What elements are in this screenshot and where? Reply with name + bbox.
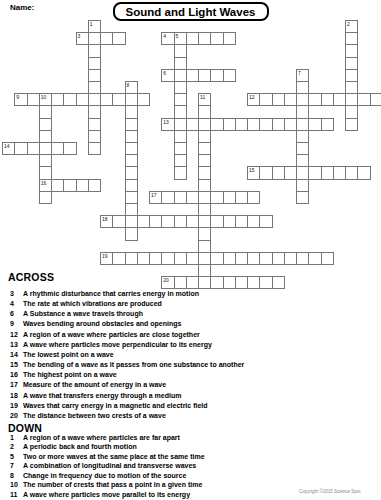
grid-cell[interactable]: [198, 118, 211, 131]
grid-cell[interactable]: [149, 252, 162, 265]
grid-cell[interactable]: [88, 118, 101, 131]
clue-item: 14The lowest point on a wave: [8, 351, 378, 361]
grid-cell[interactable]: [308, 118, 321, 131]
grid-cell[interactable]: [39, 118, 52, 131]
grid-cell[interactable]: [210, 276, 223, 289]
page-title: Sound and Light Waves: [126, 6, 256, 18]
clue-text: The distance between two crests of a wav…: [23, 412, 166, 419]
clue-number: 10: [8, 481, 23, 488]
clue-item: 4The rate at which vibrations are produc…: [8, 300, 378, 310]
grid-cell[interactable]: [223, 191, 236, 204]
grid-cell[interactable]: [112, 32, 125, 45]
grid-cell[interactable]: [296, 166, 309, 179]
grid-cell[interactable]: [88, 142, 101, 155]
clue-text: The number of crests that pass a point i…: [23, 481, 202, 488]
clue-number: 9: [8, 320, 23, 327]
grid-cell[interactable]: [345, 93, 358, 106]
grid-cell[interactable]: [345, 69, 358, 82]
clue-number: 4: [8, 300, 23, 307]
clue-text: Change in frequency due to motion of the…: [23, 472, 186, 479]
grid-cell[interactable]: [125, 179, 138, 192]
grid-cell[interactable]: [345, 105, 358, 118]
grid-cell[interactable]: [174, 276, 187, 289]
grid-cell[interactable]: [345, 166, 358, 179]
grid-cell[interactable]: [27, 93, 40, 106]
grid-cell[interactable]: [198, 227, 211, 240]
clue-text: A periodic back and fourth motion: [23, 443, 137, 450]
grid-cell[interactable]: [76, 93, 89, 106]
clue-number: 5: [8, 453, 23, 460]
clue-number: 11: [8, 491, 23, 498]
grid-cell[interactable]: [174, 69, 187, 82]
grid-cell[interactable]: [198, 69, 211, 82]
clue-number-label: 13: [163, 119, 169, 125]
grid-cell[interactable]: [284, 118, 297, 131]
clue-item: 2A periodic back and fourth motion: [8, 443, 378, 452]
grid-cell[interactable]: [247, 252, 260, 265]
grid-cell[interactable]: [174, 130, 187, 143]
grid-cell[interactable]: [88, 130, 101, 143]
clue-text: A region of a wave where particles are f…: [23, 434, 180, 441]
grid-cell[interactable]: [357, 166, 370, 179]
grid-cell[interactable]: [345, 32, 358, 45]
grid-cell[interactable]: [321, 252, 334, 265]
grid-cell[interactable]: [345, 44, 358, 57]
clue-number: 2: [8, 443, 23, 450]
grid-cell[interactable]: 7: [296, 69, 309, 82]
clue-item: 18A wave that transfers energy through a…: [8, 392, 378, 402]
grid-cell[interactable]: [284, 93, 297, 106]
grid-cell[interactable]: [88, 32, 101, 45]
grid-cell[interactable]: [39, 191, 52, 204]
clue-text: The highest point on a wave: [23, 371, 117, 378]
clue-number: 16: [8, 371, 23, 378]
grid-cell[interactable]: [174, 57, 187, 70]
grid-cell[interactable]: [223, 32, 236, 45]
grid-cell[interactable]: 6: [161, 69, 174, 82]
grid-cell[interactable]: [198, 252, 211, 265]
grid-cell[interactable]: 12: [247, 93, 260, 106]
grid-cell[interactable]: [210, 191, 223, 204]
grid-cell[interactable]: [186, 276, 199, 289]
grid-cell[interactable]: [174, 166, 187, 179]
clue-number-label: 12: [249, 94, 255, 100]
grid-cell[interactable]: [125, 166, 138, 179]
grid-cell[interactable]: [161, 191, 174, 204]
grid-cell[interactable]: 9: [14, 93, 27, 106]
grid-cell[interactable]: [88, 69, 101, 82]
clue-number: 1: [8, 434, 23, 441]
clue-item: 7A combination of longitudinal and trans…: [8, 462, 378, 471]
grid-cell[interactable]: [174, 44, 187, 57]
grid-cell[interactable]: [125, 118, 138, 131]
grid-cell[interactable]: [161, 215, 174, 228]
clue-text: A wave where particles move parallel to …: [23, 491, 190, 498]
grid-cell[interactable]: [210, 69, 223, 82]
grid-cell[interactable]: [112, 252, 125, 265]
clue-number-label: 6: [163, 70, 166, 76]
clue-number-label: 3: [78, 33, 81, 39]
clue-item: 5Two or more waves at the same place at …: [8, 453, 378, 462]
grid-cell[interactable]: [27, 142, 40, 155]
grid-cell[interactable]: [88, 179, 101, 192]
grid-cell[interactable]: 14: [2, 142, 15, 155]
grid-cell[interactable]: [223, 69, 236, 82]
clue-number-label: 11: [200, 94, 205, 100]
clue-item: 15The bending of a wave as it passes fro…: [8, 361, 378, 371]
grid-cell[interactable]: [284, 166, 297, 179]
clue-item: 20The distance between two crests of a w…: [8, 412, 378, 422]
clue-text: A combination of longitudinal and transv…: [23, 462, 196, 469]
grid-cell[interactable]: [39, 154, 52, 167]
grid-cell[interactable]: 16: [39, 179, 52, 192]
grid-cell[interactable]: [296, 93, 309, 106]
grid-cell[interactable]: [125, 93, 138, 106]
across-clue-list: 3A rhythmic disturbance that carries ene…: [8, 290, 378, 422]
grid-cell[interactable]: 3: [76, 32, 89, 45]
grid-cell[interactable]: [137, 215, 150, 228]
clue-number-label: 9: [16, 94, 19, 100]
clue-item: 13A wave where particles move perpendicu…: [8, 341, 378, 351]
grid-cell[interactable]: [259, 215, 272, 228]
grid-cell[interactable]: 5: [174, 32, 187, 45]
grid-cell[interactable]: 15: [247, 166, 260, 179]
grid-cell[interactable]: [149, 215, 162, 228]
grid-cell[interactable]: [308, 166, 321, 179]
grid-cell[interactable]: [63, 142, 76, 155]
grid-cell[interactable]: 18: [100, 215, 113, 228]
grid-cell[interactable]: [321, 166, 334, 179]
grid-cell[interactable]: [186, 32, 199, 45]
down-heading: DOWN: [8, 422, 42, 434]
grid-cell[interactable]: [174, 252, 187, 265]
grid-cell[interactable]: [198, 166, 211, 179]
grid-cell[interactable]: [51, 142, 64, 155]
grid-cell[interactable]: [247, 118, 260, 131]
grid-cell[interactable]: [198, 32, 211, 45]
grid-cell[interactable]: [186, 69, 199, 82]
grid-cell[interactable]: [296, 105, 309, 118]
grid-cell[interactable]: [296, 130, 309, 143]
grid-cell[interactable]: [235, 215, 248, 228]
grid-cell[interactable]: [88, 57, 101, 70]
grid-cell[interactable]: [296, 252, 309, 265]
grid-cell[interactable]: [198, 240, 211, 253]
clue-number-label: 19: [102, 253, 108, 259]
worksheet-page: Name: Sound and Light Waves 123456789101…: [0, 0, 381, 500]
grid-cell[interactable]: [210, 215, 223, 228]
grid-cell[interactable]: 10: [39, 93, 52, 106]
grid-cell[interactable]: 19: [100, 252, 113, 265]
clue-number-label: 5: [176, 33, 179, 39]
clue-number: 15: [8, 361, 23, 368]
grid-cell[interactable]: [51, 93, 64, 106]
grid-cell[interactable]: [198, 191, 211, 204]
grid-cell[interactable]: [272, 118, 285, 131]
grid-cell[interactable]: [333, 93, 346, 106]
clue-number: 6: [8, 310, 23, 317]
clue-text: Two or more waves at the same place at t…: [23, 453, 205, 460]
grid-cell[interactable]: [210, 118, 223, 131]
clue-number: 7: [8, 462, 23, 469]
grid-cell[interactable]: 4: [161, 32, 174, 45]
grid-cell[interactable]: [88, 105, 101, 118]
clue-item: 8Change in frequency due to motion of th…: [8, 472, 378, 481]
clue-number: 17: [8, 381, 23, 388]
grid-cell[interactable]: 13: [161, 118, 174, 131]
clue-number: 18: [8, 392, 23, 399]
grid-cell[interactable]: [186, 215, 199, 228]
grid-cell[interactable]: [100, 93, 113, 106]
clue-number: 8: [8, 472, 23, 479]
grid-cell[interactable]: [39, 130, 52, 143]
grid-cell[interactable]: [63, 93, 76, 106]
clue-number-label: 18: [102, 216, 108, 222]
grid-cell[interactable]: [296, 191, 309, 204]
grid-cell[interactable]: [88, 93, 101, 106]
clue-number-label: 16: [41, 180, 47, 186]
clue-number-label: 17: [151, 192, 157, 198]
clue-item: 6A Substance a wave travels through: [8, 310, 378, 320]
grid-cell[interactable]: [247, 191, 260, 204]
grid-cell[interactable]: [296, 154, 309, 167]
grid-cell[interactable]: [235, 252, 248, 265]
grid-cell[interactable]: [296, 118, 309, 131]
grid-cell[interactable]: [259, 166, 272, 179]
grid-cell[interactable]: [112, 93, 125, 106]
grid-cell[interactable]: [125, 252, 138, 265]
clue-item: 17Measure of the amount of energy in a w…: [8, 381, 378, 391]
clue-item: 3A rhythmic disturbance that carries ene…: [8, 290, 378, 300]
grid-cell[interactable]: [39, 166, 52, 179]
grid-cell[interactable]: [198, 179, 211, 192]
clue-number-label: 10: [41, 94, 47, 100]
clue-text: The bending of a wave as it passes from …: [23, 361, 244, 368]
grid-cell[interactable]: [223, 215, 236, 228]
clue-text: The lowest point on a wave: [23, 351, 114, 358]
clue-text: A rhythmic disturbance that carries ener…: [23, 290, 199, 297]
grid-cell[interactable]: [235, 191, 248, 204]
clue-number: 12: [8, 331, 23, 338]
grid-cell[interactable]: [198, 105, 211, 118]
clue-number-label: 4: [163, 33, 166, 39]
grid-cell[interactable]: [223, 252, 236, 265]
grid-cell[interactable]: [137, 252, 150, 265]
grid-cell[interactable]: 20: [161, 276, 174, 289]
grid-cell[interactable]: [308, 252, 321, 265]
copyright-text: Copyright ©2015 Science Spot: [299, 489, 361, 494]
grid-cell[interactable]: [259, 276, 272, 289]
grid-cell[interactable]: [100, 32, 113, 45]
grid-cell[interactable]: [174, 215, 187, 228]
clue-number: 14: [8, 351, 23, 358]
grid-cell[interactable]: [272, 276, 285, 289]
grid-cell[interactable]: [272, 93, 285, 106]
grid-cell[interactable]: [247, 276, 260, 289]
grid-cell[interactable]: [161, 252, 174, 265]
grid-cell[interactable]: [235, 118, 248, 131]
title-box: Sound and Light Waves: [113, 2, 269, 21]
grid-cell[interactable]: [112, 215, 125, 228]
grid-cell[interactable]: [345, 118, 358, 131]
grid-cell[interactable]: [125, 105, 138, 118]
grid-cell[interactable]: [296, 179, 309, 192]
grid-cell[interactable]: [198, 276, 211, 289]
grid-cell[interactable]: [272, 252, 285, 265]
grid-cell[interactable]: [259, 118, 272, 131]
grid-cell[interactable]: [76, 179, 89, 192]
grid-cell[interactable]: [247, 215, 260, 228]
grid-cell[interactable]: [321, 118, 334, 131]
grid-cell[interactable]: [14, 142, 27, 155]
name-label: Name:: [10, 3, 34, 12]
grid-cell[interactable]: [333, 166, 346, 179]
clue-number: 20: [8, 412, 23, 419]
grid-cell[interactable]: [174, 191, 187, 204]
clue-text: A wave that transfers energy through a m…: [23, 392, 181, 399]
grid-cell[interactable]: [198, 215, 211, 228]
clue-item: 19Waves that carry energy in a magnetic …: [8, 402, 378, 412]
grid-cell[interactable]: [63, 179, 76, 192]
grid-cell[interactable]: [174, 118, 187, 131]
grid-cell[interactable]: [174, 154, 187, 167]
clue-number-label: 15: [249, 167, 255, 173]
grid-cell[interactable]: [223, 276, 236, 289]
grid-cell[interactable]: [321, 93, 334, 106]
grid-cell[interactable]: [370, 93, 381, 106]
grid-cell[interactable]: [345, 57, 358, 70]
clue-number-label: 1: [90, 21, 93, 27]
clue-text: Measure of the amount of energy in a wav…: [23, 381, 166, 388]
clue-number: 19: [8, 402, 23, 409]
grid-cell[interactable]: [88, 44, 101, 57]
grid-cell[interactable]: [186, 191, 199, 204]
clue-item: 12A region of a wave where particles are…: [8, 331, 378, 341]
grid-cell[interactable]: [125, 154, 138, 167]
clue-number: 3: [8, 290, 23, 297]
clue-number-label: 7: [298, 70, 301, 76]
clue-text: Waves bending around obstacles and openi…: [23, 320, 181, 327]
clue-number-label: 20: [163, 277, 169, 283]
grid-cell[interactable]: [210, 32, 223, 45]
clue-text: The rate at which vibrations are produce…: [23, 300, 162, 307]
clue-number-label: 14: [4, 143, 10, 149]
grid-cell[interactable]: [272, 166, 285, 179]
grid-cell[interactable]: [308, 93, 321, 106]
grid-cell[interactable]: [198, 130, 211, 143]
grid-cell[interactable]: [235, 276, 248, 289]
grid-cell[interactable]: 17: [149, 191, 162, 204]
clue-number: 13: [8, 341, 23, 348]
across-heading: ACROSS: [8, 271, 54, 283]
clue-number-label: 2: [347, 21, 350, 27]
clue-item: 16The highest point on a wave: [8, 371, 378, 381]
clue-text: Waves that carry energy in a magnetic an…: [23, 402, 208, 409]
clue-item: 1A region of a wave where particles are …: [8, 434, 378, 443]
grid-cell[interactable]: [39, 105, 52, 118]
grid-cell[interactable]: 11: [198, 93, 211, 106]
clue-text: A region of a wave where particles are c…: [23, 331, 200, 338]
grid-cell[interactable]: [259, 252, 272, 265]
grid-cell[interactable]: [259, 93, 272, 106]
grid-cell[interactable]: [137, 93, 150, 106]
grid-cell[interactable]: [284, 252, 297, 265]
grid-cell[interactable]: [174, 93, 187, 106]
clue-text: A wave where particles move perpendicula…: [23, 341, 212, 348]
grid-cell[interactable]: [223, 118, 236, 131]
grid-cell[interactable]: [174, 105, 187, 118]
clue-number-label: 8: [127, 82, 130, 88]
clue-text: A Substance a wave travels through: [23, 310, 143, 317]
grid-cell[interactable]: [186, 252, 199, 265]
grid-cell[interactable]: [198, 154, 211, 167]
grid-cell[interactable]: [125, 227, 138, 240]
grid-cell[interactable]: [210, 252, 223, 265]
crossword-grid: 1234567891011121314151617181920: [2, 20, 381, 289]
grid-cell[interactable]: [357, 93, 370, 106]
grid-cell[interactable]: [125, 215, 138, 228]
grid-cell[interactable]: [186, 118, 199, 131]
clue-item: 9Waves bending around obstacles and open…: [8, 320, 378, 330]
grid-cell[interactable]: [125, 191, 138, 204]
grid-cell[interactable]: [51, 179, 64, 192]
grid-cell[interactable]: [125, 130, 138, 143]
